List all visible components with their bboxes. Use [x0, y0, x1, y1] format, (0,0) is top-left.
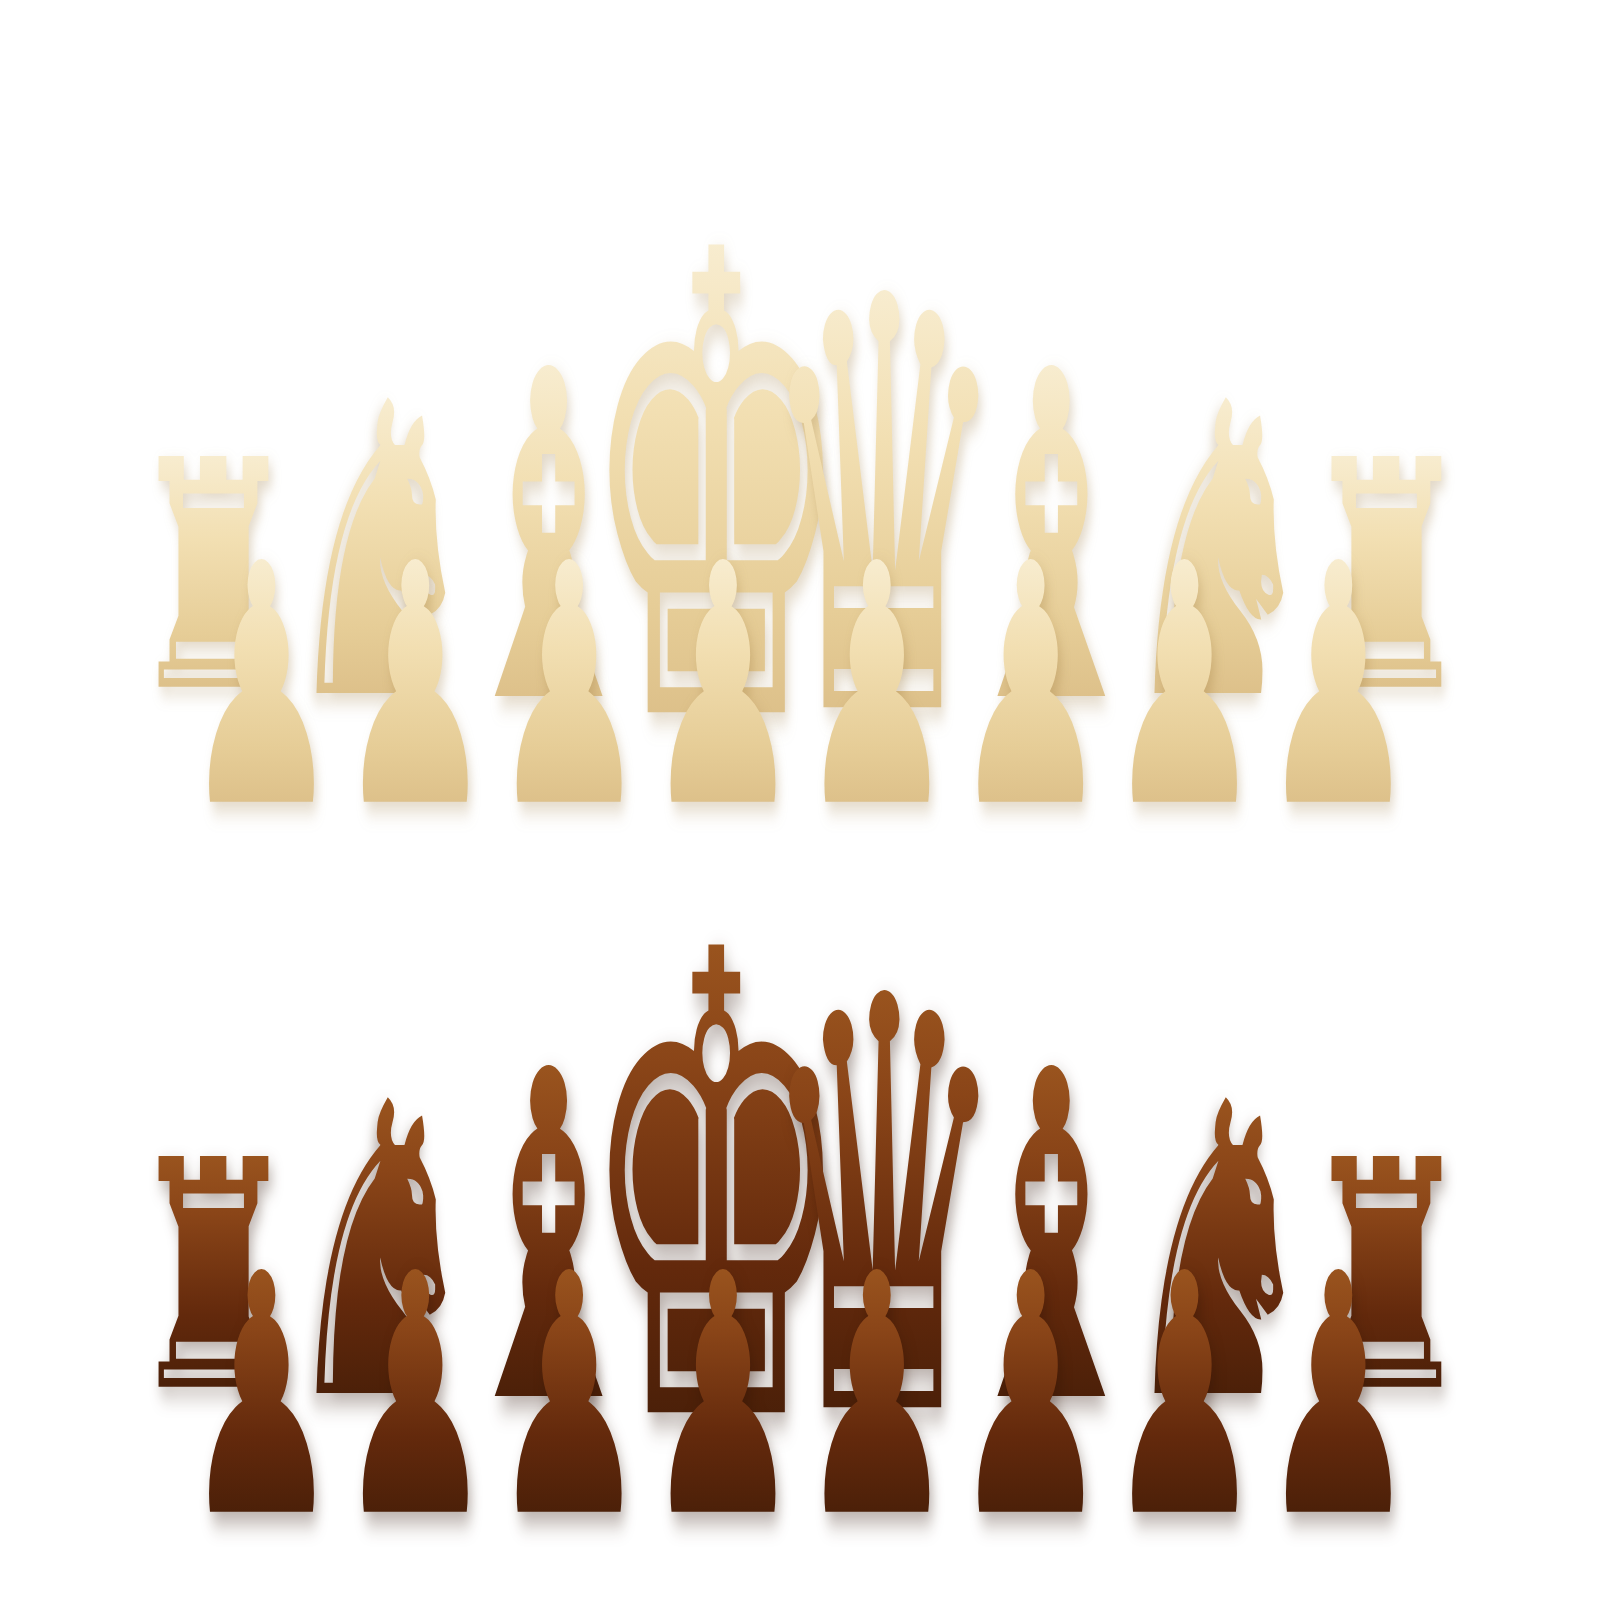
dark-pawn-slot: ♟ [339, 1484, 492, 1485]
dark-piece-set: ♜♞♝♚♛♝♞♜ ♟♟♟♟♟♟♟♟ [130, 795, 1470, 1495]
light-pawn-slot: ♟ [339, 774, 492, 775]
dark-pawn-piece: ♟ [337, 1231, 494, 1564]
dark-pawn-slot: ♟ [800, 1484, 953, 1485]
dark-pawn-piece: ♟ [183, 1231, 340, 1564]
light-pawn-slot: ♟ [1108, 774, 1261, 775]
light-pawn-slot: ♟ [493, 774, 646, 775]
light-pawn-row: ♟♟♟♟♟♟♟♟ [185, 774, 1415, 775]
dark-pawn-piece: ♟ [1260, 1231, 1417, 1564]
light-pawn-slot: ♟ [954, 774, 1107, 775]
dark-pawn-slot: ♟ [493, 1484, 646, 1485]
dark-pawn-piece: ♟ [798, 1231, 955, 1564]
dark-pawn-slot: ♟ [185, 1484, 338, 1485]
dark-pawn-slot: ♟ [1108, 1484, 1261, 1485]
dark-pawn-slot: ♟ [1262, 1484, 1415, 1485]
light-pawn-slot: ♟ [185, 774, 338, 775]
dark-pawn-piece: ♟ [491, 1231, 648, 1564]
dark-pawn-piece: ♟ [1106, 1231, 1263, 1564]
dark-pawn-slot: ♟ [954, 1484, 1107, 1485]
light-pawn-slot: ♟ [647, 774, 800, 775]
dark-pawn-row: ♟♟♟♟♟♟♟♟ [185, 1484, 1415, 1485]
dark-pawn-slot: ♟ [647, 1484, 800, 1485]
dark-pawn-piece: ♟ [952, 1231, 1109, 1564]
light-piece-set: ♜♞♝♚♛♝♞♜ ♟♟♟♟♟♟♟♟ [130, 140, 1470, 785]
light-pawn-slot: ♟ [1262, 774, 1415, 775]
chess-set-product-photo: ♜♞♝♚♛♝♞♜ ♟♟♟♟♟♟♟♟ ♜♞♝♚♛♝♞♜ ♟♟♟♟♟♟♟♟ [0, 0, 1600, 1600]
light-pawn-slot: ♟ [800, 774, 953, 775]
dark-pawn-piece: ♟ [645, 1231, 802, 1564]
